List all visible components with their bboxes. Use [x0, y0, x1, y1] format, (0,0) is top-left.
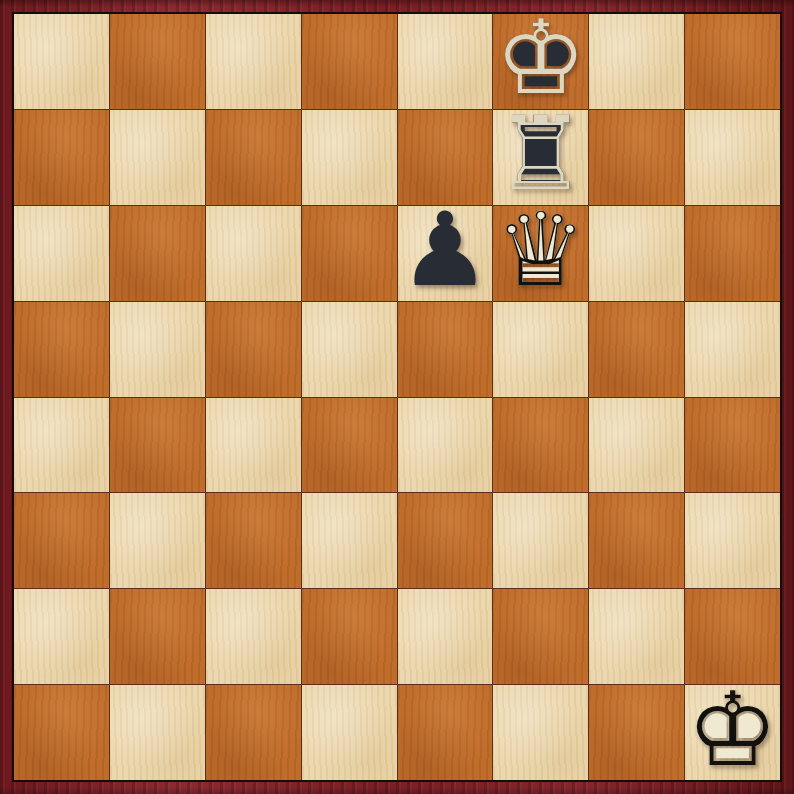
- white-queen-outline-glyph: ♕: [493, 203, 588, 298]
- square-c6[interactable]: [206, 206, 301, 301]
- piece-black-king[interactable]: ♚♔: [493, 14, 588, 109]
- square-d6[interactable]: [302, 206, 397, 301]
- square-g7[interactable]: [589, 110, 684, 205]
- square-b5[interactable]: [110, 302, 205, 397]
- square-d3[interactable]: [302, 493, 397, 588]
- square-h1[interactable]: ♚♔: [685, 685, 780, 780]
- black-king-outline-glyph: ♔: [493, 11, 588, 106]
- square-h7[interactable]: [685, 110, 780, 205]
- piece-white-queen[interactable]: ♛♕: [493, 206, 588, 301]
- square-c2[interactable]: [206, 589, 301, 684]
- square-d7[interactable]: [302, 110, 397, 205]
- square-f1[interactable]: [493, 685, 588, 780]
- square-h3[interactable]: [685, 493, 780, 588]
- black-king-fill-glyph: ♚: [493, 11, 588, 106]
- square-h5[interactable]: [685, 302, 780, 397]
- square-e4[interactable]: [398, 398, 493, 493]
- chess-board: ♚♔♜♖♟♛♕♚♔: [12, 12, 782, 782]
- square-e1[interactable]: [398, 685, 493, 780]
- piece-black-pawn[interactable]: ♟: [398, 206, 493, 301]
- white-queen-fill-glyph: ♛: [493, 203, 588, 298]
- square-g8[interactable]: [589, 14, 684, 109]
- square-d2[interactable]: [302, 589, 397, 684]
- square-e8[interactable]: [398, 14, 493, 109]
- square-e5[interactable]: [398, 302, 493, 397]
- square-b3[interactable]: [110, 493, 205, 588]
- square-e2[interactable]: [398, 589, 493, 684]
- square-a5[interactable]: [14, 302, 109, 397]
- square-e7[interactable]: [398, 110, 493, 205]
- square-c1[interactable]: [206, 685, 301, 780]
- square-d8[interactable]: [302, 14, 397, 109]
- piece-white-king[interactable]: ♚♔: [685, 685, 780, 780]
- square-d4[interactable]: [302, 398, 397, 493]
- square-h8[interactable]: [685, 14, 780, 109]
- square-h6[interactable]: [685, 206, 780, 301]
- square-f4[interactable]: [493, 398, 588, 493]
- square-a4[interactable]: [14, 398, 109, 493]
- square-c8[interactable]: [206, 14, 301, 109]
- square-h2[interactable]: [685, 589, 780, 684]
- square-b6[interactable]: [110, 206, 205, 301]
- square-c5[interactable]: [206, 302, 301, 397]
- square-a3[interactable]: [14, 493, 109, 588]
- square-f5[interactable]: [493, 302, 588, 397]
- square-g4[interactable]: [589, 398, 684, 493]
- square-f7[interactable]: ♜♖: [493, 110, 588, 205]
- black-rook-outline-glyph: ♖: [493, 107, 588, 202]
- square-f6[interactable]: ♛♕: [493, 206, 588, 301]
- square-b4[interactable]: [110, 398, 205, 493]
- square-d5[interactable]: [302, 302, 397, 397]
- square-a2[interactable]: [14, 589, 109, 684]
- square-d1[interactable]: [302, 685, 397, 780]
- white-king-fill-glyph: ♚: [685, 682, 780, 777]
- square-b1[interactable]: [110, 685, 205, 780]
- white-king-outline-glyph: ♔: [685, 682, 780, 777]
- square-c7[interactable]: [206, 110, 301, 205]
- square-f3[interactable]: [493, 493, 588, 588]
- square-a1[interactable]: [14, 685, 109, 780]
- square-g3[interactable]: [589, 493, 684, 588]
- square-b2[interactable]: [110, 589, 205, 684]
- board-frame: ♚♔♜♖♟♛♕♚♔: [0, 0, 794, 794]
- square-g1[interactable]: [589, 685, 684, 780]
- square-c4[interactable]: [206, 398, 301, 493]
- square-b8[interactable]: [110, 14, 205, 109]
- square-f2[interactable]: [493, 589, 588, 684]
- square-a6[interactable]: [14, 206, 109, 301]
- square-h4[interactable]: [685, 398, 780, 493]
- square-f8[interactable]: ♚♔: [493, 14, 588, 109]
- square-g5[interactable]: [589, 302, 684, 397]
- square-e6[interactable]: ♟: [398, 206, 493, 301]
- black-pawn-fill-glyph: ♟: [398, 203, 493, 298]
- piece-black-rook[interactable]: ♜♖: [493, 110, 588, 205]
- square-g6[interactable]: [589, 206, 684, 301]
- square-b7[interactable]: [110, 110, 205, 205]
- square-c3[interactable]: [206, 493, 301, 588]
- black-rook-fill-glyph: ♜: [493, 107, 588, 202]
- square-a8[interactable]: [14, 14, 109, 109]
- square-e3[interactable]: [398, 493, 493, 588]
- square-a7[interactable]: [14, 110, 109, 205]
- square-g2[interactable]: [589, 589, 684, 684]
